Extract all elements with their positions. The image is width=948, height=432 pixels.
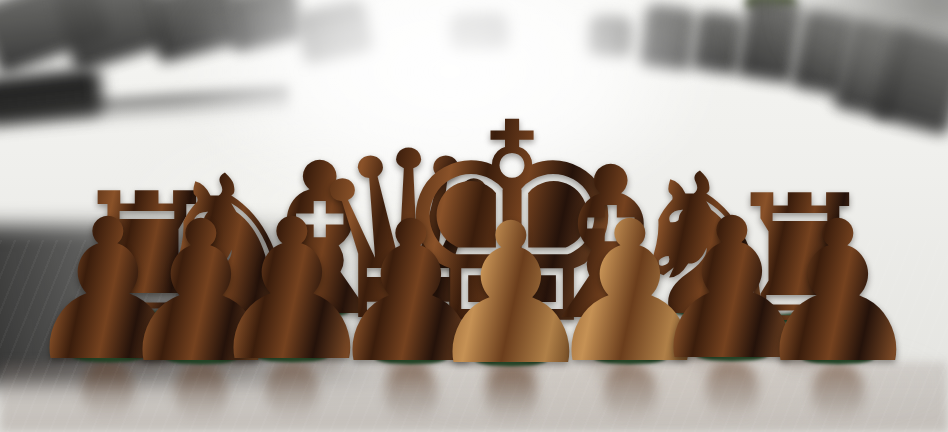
boardroom-chess-scene: ♜♞♝♛♚♝♞♜♟♟♟♟♟♟♟♟ (0, 0, 948, 432)
chess-piece-pawn[interactable]: ♟ (751, 195, 926, 390)
